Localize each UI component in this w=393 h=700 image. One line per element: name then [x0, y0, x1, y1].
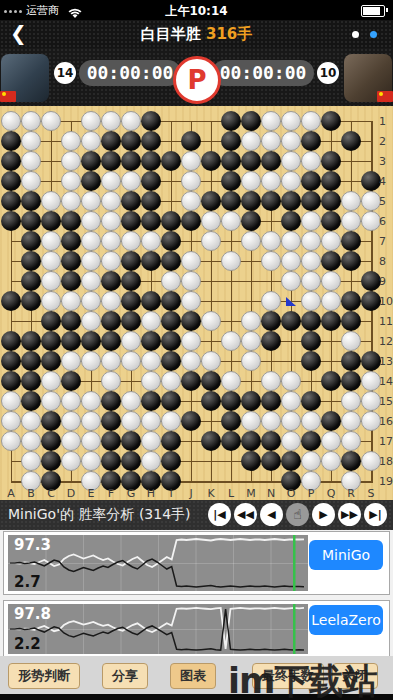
column-label: B [27, 487, 35, 500]
pass-badge[interactable]: P [173, 56, 221, 104]
white-stone-L14 [221, 371, 241, 391]
black-stone-A12 [1, 331, 21, 351]
column-label: C [47, 487, 55, 500]
black-stone-M3 [241, 151, 261, 171]
black-stone-D11 [61, 311, 81, 331]
row-label: 4 [379, 175, 386, 188]
column-label: R [347, 487, 355, 500]
black-stone-N5 [261, 191, 281, 211]
black-stone-G3 [121, 151, 141, 171]
black-stone-I17 [161, 431, 181, 451]
white-stone-E17 [81, 431, 101, 451]
white-stone-M2 [241, 131, 261, 151]
white-stone-H7 [141, 231, 161, 251]
white-stone-D5 [61, 191, 81, 211]
column-label: D [67, 487, 75, 500]
white-stone-N4 [261, 171, 281, 191]
black-stone-B9 [21, 271, 41, 291]
black-stone-J6 [181, 211, 201, 231]
white-stone-P3 [301, 151, 321, 171]
black-stone-H2 [141, 131, 161, 151]
row-label: 6 [379, 215, 386, 228]
fast-back-button[interactable]: ◀◀ [234, 503, 257, 526]
black-stone-I15 [161, 391, 181, 411]
black-winrate-value: 2.2 [14, 635, 41, 653]
page-title: 白目半胜 316手 [0, 25, 393, 44]
white-stone-E8 [81, 251, 101, 271]
white-stone-P6 [301, 211, 321, 231]
column-label: O [287, 487, 296, 500]
white-stone-H11 [141, 311, 161, 331]
black-stone-H6 [141, 211, 161, 231]
white-stone-P7 [301, 231, 321, 251]
black-stone-J2 [181, 131, 201, 151]
black-stone-R14 [341, 371, 361, 391]
black-stone-L1 [221, 111, 241, 131]
engine-button-leelazero[interactable]: LeelaZero [309, 605, 383, 635]
white-stone-O8 [281, 251, 301, 271]
black-stone-A10 [1, 291, 21, 311]
white-stone-Q10 [321, 291, 341, 311]
black-stone-P4 [301, 171, 321, 191]
white-stone-S6 [361, 211, 381, 231]
black-stone-N3 [261, 151, 281, 171]
white-stone-I9 [161, 271, 181, 291]
white-stone-E6 [81, 211, 101, 231]
column-label: L [228, 487, 234, 500]
white-stone-A17 [1, 431, 21, 451]
white-stone-C8 [41, 251, 61, 271]
white-stone-N2 [261, 131, 281, 151]
black-stone-P17 [301, 431, 321, 451]
black-stone-I3 [161, 151, 181, 171]
black-stone-C6 [41, 211, 61, 231]
white-stone-F14 [101, 371, 121, 391]
black-stone-P13 [301, 351, 321, 371]
black-stone-J14 [181, 371, 201, 391]
white-stone-D15 [61, 391, 81, 411]
black-stone-C18 [41, 451, 61, 471]
column-label: A [7, 487, 15, 500]
white-stone-K13 [201, 351, 221, 371]
black-stone-D14 [61, 371, 81, 391]
white-stone-P10 [301, 291, 321, 311]
black-stone-L4 [221, 171, 241, 191]
column-label: K [207, 487, 214, 500]
white-stone-J12 [181, 331, 201, 351]
black-stone-C13 [41, 351, 61, 371]
black-stone-C11 [41, 311, 61, 331]
black-stone-K15 [201, 391, 221, 411]
white-stone-O15 [281, 391, 301, 411]
black-stone-Q8 [321, 251, 341, 271]
white-stone-B16 [21, 411, 41, 431]
black-stone-H8 [141, 251, 161, 271]
row-label: 8 [379, 255, 386, 268]
white-stone-G16 [121, 411, 141, 431]
black-stone-A5 [1, 191, 21, 211]
white-stone-L12 [221, 331, 241, 351]
black-stone-R8 [341, 251, 361, 271]
move-count: 316手 [206, 25, 252, 43]
row-label: 13 [379, 355, 393, 368]
white-stone-D4 [61, 171, 81, 191]
white-stone-F6 [101, 211, 121, 231]
black-stone-H10 [141, 291, 161, 311]
black-stone-F9 [101, 271, 121, 291]
column-label: N [267, 487, 275, 500]
black-stone-Q1 [321, 111, 341, 131]
white-stone-M16 [241, 411, 261, 431]
row-label: 17 [379, 435, 393, 448]
black-stone-F18 [101, 451, 121, 471]
black-stone-A14 [1, 371, 21, 391]
black-stone-I18 [161, 451, 181, 471]
black-stone-Q11 [321, 311, 341, 331]
black-stone-M18 [241, 451, 261, 471]
white-stone-D3 [61, 151, 81, 171]
white-stone-I14 [161, 371, 181, 391]
white-stone-E18 [81, 451, 101, 471]
black-stone-F3 [101, 151, 121, 171]
forward-button[interactable]: ▶ [312, 503, 335, 526]
black-stone-N12 [261, 331, 281, 351]
white-stone-M4 [241, 171, 261, 191]
black-stone-B15 [21, 391, 41, 411]
white-stone-G4 [121, 171, 141, 191]
black-stone-I12 [161, 331, 181, 351]
white-stone-J10 [181, 291, 201, 311]
black-stone-F2 [101, 131, 121, 151]
black-stone-P2 [301, 131, 321, 151]
black-stone-K5 [201, 191, 221, 211]
black-stone-G8 [121, 251, 141, 271]
black-stone-L17 [221, 431, 241, 451]
black-stone-M15 [241, 391, 261, 411]
black-stone-F17 [101, 431, 121, 451]
column-label: G [127, 487, 136, 500]
white-stone-M7 [241, 231, 261, 251]
white-stone-Q9 [321, 271, 341, 291]
white-stone-E15 [81, 391, 101, 411]
white-stone-M13 [241, 351, 261, 371]
white-stone-Q7 [321, 231, 341, 251]
black-stone-S10 [361, 291, 381, 311]
black-stone-M5 [241, 191, 261, 211]
white-stone-P9 [301, 271, 321, 291]
white-stone-E7 [81, 231, 101, 251]
black-stone-D9 [61, 271, 81, 291]
white-stone-P8 [301, 251, 321, 271]
row-label: 18 [379, 455, 393, 468]
white-stone-M12 [241, 331, 261, 351]
black-stone-I6 [161, 211, 181, 231]
black-captures-badge: 14 [54, 62, 76, 84]
white-stone-C7 [41, 231, 61, 251]
white-stone-N1 [261, 111, 281, 131]
white-stone-P16 [301, 411, 321, 431]
row-label: 14 [379, 375, 393, 388]
white-stone-J3 [181, 151, 201, 171]
white-stone-O4 [281, 171, 301, 191]
white-stone-S16 [361, 411, 381, 431]
winrate-chart[interactable] [8, 535, 308, 591]
black-stone-H3 [141, 151, 161, 171]
black-stone-Q4 [321, 171, 341, 191]
black-stone-G2 [121, 131, 141, 151]
white-stone-C10 [41, 291, 61, 311]
column-label: I [169, 487, 172, 500]
go-board[interactable]: ABCDEFGHIJKLMNOPQRS123456789101112131415… [0, 106, 393, 502]
white-stone-E5 [81, 191, 101, 211]
column-label: H [147, 487, 155, 500]
black-stone-L2 [221, 131, 241, 151]
black-stone-H5 [141, 191, 161, 211]
player-panel: 14 00:00:00 P 00:00:00 10 柯洁 P9段 陈耀烨 P9段 [0, 48, 393, 106]
black-stone-N11 [261, 311, 281, 331]
black-stone-G6 [121, 211, 141, 231]
white-stone-N14 [261, 371, 281, 391]
white-stone-C15 [41, 391, 61, 411]
black-stone-H1 [141, 111, 161, 131]
last-move-button[interactable]: ▶| [364, 503, 387, 526]
black-stone-E12 [81, 331, 101, 351]
white-winrate-value: 97.8 [14, 605, 51, 623]
column-label: F [108, 487, 114, 500]
white-stone-A15 [1, 391, 21, 411]
black-stone-Q3 [321, 151, 341, 171]
white-stone-B1 [21, 111, 41, 131]
black-stone-P15 [301, 391, 321, 411]
black-stone-Q5 [321, 191, 341, 211]
black-stone-P11 [301, 311, 321, 331]
black-stone-O18 [281, 451, 301, 471]
white-clock: 00:00:00 [212, 60, 314, 86]
white-stone-J9 [181, 271, 201, 291]
black-stone-E3 [81, 151, 101, 171]
white-stone-G15 [121, 391, 141, 411]
hand-scrub-button[interactable]: ☝ [286, 503, 309, 526]
black-stone-Q16 [321, 411, 341, 431]
row-label: 5 [379, 195, 386, 208]
black-stone-B8 [21, 251, 41, 271]
white-stone-K11 [201, 311, 221, 331]
black-stone-Q6 [321, 211, 341, 231]
black-clock: 00:00:00 [79, 60, 181, 86]
row-label: 3 [379, 155, 386, 168]
black-winrate-value: 2.7 [14, 573, 41, 591]
white-stone-O14 [281, 371, 301, 391]
result-text: 白目半胜 [141, 25, 201, 43]
black-stone-A4 [1, 171, 21, 191]
row-label: 12 [379, 335, 393, 348]
white-stone-E16 [81, 411, 101, 431]
white-stone-R16 [341, 411, 361, 431]
black-stone-L16 [221, 411, 241, 431]
white-stone-B2 [21, 131, 41, 151]
china-flag-icon [0, 91, 16, 102]
white-stone-Q18 [321, 451, 341, 471]
black-stone-G11 [121, 311, 141, 331]
black-stone-N15 [261, 391, 281, 411]
white-stone-N16 [261, 411, 281, 431]
white-stone-H17 [141, 431, 161, 451]
first-move-button[interactable]: |◀ [208, 503, 231, 526]
white-stone-I16 [161, 411, 181, 431]
black-stone-F15 [101, 391, 121, 411]
white-stone-O2 [281, 131, 301, 151]
winrate-panel-leelazero: 97.8 2.2 LeelaZero [3, 600, 390, 657]
black-stone-H4 [141, 171, 161, 191]
white-stone-D2 [61, 131, 81, 151]
black-stone-E4 [81, 171, 101, 191]
white-stone-O1 [281, 111, 301, 131]
page-dot-active[interactable] [370, 31, 377, 38]
black-stone-L3 [221, 151, 241, 171]
status-time: 上午10:14 [0, 3, 393, 20]
white-stone-F13 [101, 351, 121, 371]
white-stone-N8 [261, 251, 281, 271]
white-winrate-value: 97.3 [14, 536, 51, 554]
black-stone-M1 [241, 111, 261, 131]
white-stone-P1 [301, 111, 321, 131]
white-stone-D18 [61, 451, 81, 471]
black-stone-D7 [61, 231, 81, 251]
white-captures-badge: 10 [317, 62, 339, 84]
white-stone-F7 [101, 231, 121, 251]
white-stone-P18 [301, 451, 321, 471]
white-stone-G7 [121, 231, 141, 251]
column-label: Q [327, 487, 336, 500]
white-stone-O9 [281, 271, 301, 291]
black-stone-I7 [161, 231, 181, 251]
white-stone-E1 [81, 111, 101, 131]
row-label: 19 [379, 475, 393, 488]
app-screen: 运营商 上午10:14 ❮ 白目半胜 316手 14 00:00:00 P 00… [0, 0, 393, 700]
black-stone-Q14 [321, 371, 341, 391]
white-stone-F10 [101, 291, 121, 311]
white-stone-O16 [281, 411, 301, 431]
watermark: im下载站 [228, 658, 376, 700]
white-stone-S14 [361, 371, 381, 391]
white-stone-J13 [181, 351, 201, 371]
black-stone-B10 [21, 291, 41, 311]
white-stone-J5 [181, 191, 201, 211]
black-stone-I13 [161, 351, 181, 371]
white-stone-O3 [281, 151, 301, 171]
winrate-chart[interactable] [8, 604, 308, 654]
navigation-bar: ❮ 白目半胜 316手 [0, 20, 393, 48]
black-stone-B6 [21, 211, 41, 231]
white-stone-R5 [341, 191, 361, 211]
engine-button-minigo[interactable]: MiniGo [309, 540, 383, 570]
black-stone-G9 [121, 271, 141, 291]
black-stone-G5 [121, 191, 141, 211]
white-stone-F4 [101, 171, 121, 191]
white-stone-O7 [281, 231, 301, 251]
fast-forward-button[interactable]: ▶▶ [338, 503, 361, 526]
column-label: J [189, 487, 192, 500]
black-stone-B14 [21, 371, 41, 391]
analysis-header: MiniGo'的 胜率分析 (314手) |◀◀◀◀☝▶▶▶▶| [0, 500, 393, 530]
page-dot[interactable] [352, 31, 359, 38]
white-stone-D17 [61, 431, 81, 451]
share-button[interactable]: 分享 [102, 663, 148, 689]
row-label: 11 [379, 315, 393, 328]
black-stone-C12 [41, 331, 61, 351]
black-stone-S9 [361, 271, 381, 291]
white-stone-S18 [361, 451, 381, 471]
back-button[interactable]: ◀ [260, 503, 283, 526]
black-stone-I11 [161, 311, 181, 331]
black-stone-M17 [241, 431, 261, 451]
white-stone-E2 [81, 131, 101, 151]
white-stone-A16 [1, 411, 21, 431]
black-stone-G10 [121, 291, 141, 311]
black-stone-H15 [141, 391, 161, 411]
black-stone-M6 [241, 211, 261, 231]
white-stone-S5 [361, 191, 381, 211]
white-stone-C1 [41, 111, 61, 131]
black-stone-B12 [21, 331, 41, 351]
column-label: M [246, 487, 256, 500]
situation-judge-button[interactable]: 形势判断 [8, 663, 80, 689]
white-stone-F5 [101, 191, 121, 211]
black-stone-A6 [1, 211, 21, 231]
winrate-panel-minigo: 97.3 2.7 MiniGo [3, 531, 390, 595]
black-stone-G17 [121, 431, 141, 451]
black-stone-R18 [341, 451, 361, 471]
black-stone-I10 [161, 291, 181, 311]
black-stone-B13 [21, 351, 41, 371]
black-stone-S4 [361, 171, 381, 191]
white-stone-F1 [101, 111, 121, 131]
black-stone-H12 [141, 331, 161, 351]
analysis-title: MiniGo'的 胜率分析 (314手) [8, 506, 191, 524]
chart-button[interactable]: 图表 [170, 663, 216, 689]
black-stone-R7 [341, 231, 361, 251]
white-stone-C14 [41, 371, 61, 391]
row-label: 7 [379, 235, 386, 248]
black-stone-I8 [161, 251, 181, 271]
black-stone-N17 [261, 431, 281, 451]
white-stone-R17 [341, 431, 361, 451]
black-stone-R2 [341, 131, 361, 151]
white-stone-L6 [221, 211, 241, 231]
white-stone-H18 [141, 451, 161, 471]
black-stone-L5 [221, 191, 241, 211]
row-label: 1 [379, 115, 386, 128]
white-stone-B4 [21, 171, 41, 191]
black-stone-K14 [201, 371, 221, 391]
status-bar: 运营商 上午10:14 [0, 0, 393, 20]
column-label: E [88, 487, 95, 500]
white-stone-G1 [121, 111, 141, 131]
white-stone-H16 [141, 411, 161, 431]
column-label: P [308, 487, 315, 500]
black-stone-L15 [221, 391, 241, 411]
black-stone-P12 [301, 331, 321, 351]
row-label: 2 [379, 135, 386, 148]
white-stone-S15 [361, 391, 381, 411]
black-stone-J16 [181, 411, 201, 431]
black-stone-N18 [261, 451, 281, 471]
white-stone-M11 [241, 311, 261, 331]
column-label: S [368, 487, 375, 500]
black-stone-R13 [341, 351, 361, 371]
white-stone-O17 [281, 431, 301, 451]
row-label: 10 [379, 295, 393, 308]
